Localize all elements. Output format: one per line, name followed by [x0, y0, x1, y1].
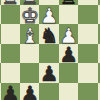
square-h1[interactable]: ♜	[1, 0, 20, 5]
square-f5[interactable]: ♟	[39, 63, 58, 82]
square[interactable]	[78, 83, 97, 100]
square[interactable]	[78, 63, 97, 82]
square[interactable]	[20, 63, 39, 82]
square[interactable]	[78, 44, 97, 63]
black-knight-piece[interactable]: ♞	[40, 25, 59, 46]
square-e1[interactable]: ♜	[59, 0, 78, 5]
square[interactable]	[78, 24, 97, 43]
black-pawn-piece[interactable]: ♟	[40, 64, 59, 85]
board-viewport: ♜♜♜♚♟♝♞♟♟♟♟♟	[0, 0, 100, 100]
square[interactable]	[78, 5, 97, 24]
square-g6[interactable]: ♟	[20, 83, 39, 100]
square-g3[interactable]: ♝	[20, 24, 39, 43]
square[interactable]	[98, 24, 100, 43]
square[interactable]	[98, 83, 100, 100]
square[interactable]	[98, 63, 100, 82]
square[interactable]	[59, 83, 78, 100]
square[interactable]	[1, 63, 20, 82]
square-e3[interactable]: ♟	[59, 24, 78, 43]
black-pawn-piece[interactable]: ♟	[1, 83, 20, 100]
square[interactable]	[1, 44, 20, 63]
square-h6[interactable]: ♟	[1, 83, 20, 100]
black-pawn-piece[interactable]: ♟	[20, 83, 39, 100]
black-pawn-piece[interactable]: ♟	[59, 44, 78, 65]
white-rook-piece[interactable]: ♜	[1, 0, 20, 7]
white-bishop-piece[interactable]: ♝	[20, 25, 39, 46]
square-e4[interactable]: ♟	[59, 44, 78, 63]
square-f3[interactable]: ♞	[39, 24, 58, 43]
square[interactable]	[98, 44, 100, 63]
black-rook-piece[interactable]: ♜	[59, 0, 78, 7]
square-g2[interactable]: ♚	[20, 5, 39, 24]
chess-board: ♜♜♜♚♟♝♞♟♟♟♟♟	[0, 0, 100, 100]
square-f2[interactable]: ♟	[39, 5, 58, 24]
square[interactable]	[1, 24, 20, 43]
square[interactable]	[98, 5, 100, 24]
